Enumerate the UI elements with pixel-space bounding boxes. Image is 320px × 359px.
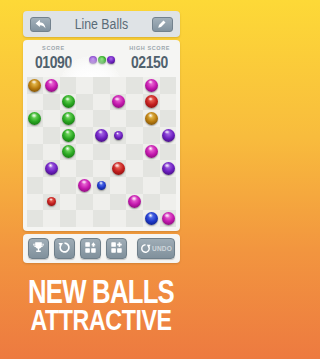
board-cell[interactable] (160, 194, 177, 211)
ball-magenta[interactable] (162, 212, 175, 225)
edit-button[interactable] (152, 17, 173, 32)
score-label: SCORE (42, 46, 65, 52)
ball-magenta[interactable] (128, 195, 141, 208)
board-cell[interactable] (126, 144, 143, 161)
board-cell[interactable] (93, 144, 110, 161)
board-cell[interactable] (143, 77, 160, 94)
ball-gold[interactable] (145, 112, 158, 125)
board-cell[interactable] (27, 144, 44, 161)
board-cell[interactable] (76, 210, 93, 227)
board-cell[interactable] (93, 94, 110, 111)
board-cell[interactable] (27, 127, 44, 144)
grid-plus-icon (110, 240, 123, 258)
ball-purple[interactable] (162, 162, 175, 175)
board-cell[interactable] (43, 94, 60, 111)
ball-green[interactable] (62, 112, 75, 125)
game-panel: SCORE 01090 HIGH SCORE 02150 (23, 40, 180, 231)
ball-red[interactable] (145, 95, 158, 108)
board-cell[interactable] (110, 194, 127, 211)
board-cell[interactable] (76, 144, 93, 161)
banner-line-2: ATTRACTIVE (20, 307, 182, 335)
ball-purple[interactable] (45, 162, 58, 175)
undo-label: UNDO (152, 245, 172, 252)
back-button[interactable] (30, 17, 51, 32)
grid-arrow-icon (84, 240, 97, 258)
ball-green[interactable] (28, 112, 41, 125)
ball-blue-small[interactable] (97, 181, 106, 190)
ball-red[interactable] (112, 162, 125, 175)
ball-green[interactable] (62, 95, 75, 108)
board-cell[interactable] (93, 210, 110, 227)
high-score-value: 02150 (131, 54, 168, 71)
board-cell[interactable] (93, 177, 110, 194)
board-cell[interactable] (76, 177, 93, 194)
next-ball-purple (107, 56, 115, 64)
board-cell[interactable] (160, 110, 177, 127)
board-cell[interactable] (110, 177, 127, 194)
board-cell[interactable] (60, 110, 77, 127)
board-cell[interactable] (93, 127, 110, 144)
ball-purple[interactable] (162, 129, 175, 142)
ball-magenta[interactable] (145, 145, 158, 158)
board-cell[interactable] (143, 94, 160, 111)
ball-blue[interactable] (145, 212, 158, 225)
ball-red-small[interactable] (47, 197, 56, 206)
leaderboard-button[interactable] (28, 238, 49, 259)
board-cell[interactable] (143, 110, 160, 127)
page-title: Line Balls (75, 16, 128, 32)
undo-icon (140, 240, 151, 258)
board-plus-button[interactable] (106, 238, 127, 259)
board-cell[interactable] (76, 127, 93, 144)
board-cell[interactable] (110, 94, 127, 111)
board-cell[interactable] (126, 177, 143, 194)
header-bar: Line Balls (23, 11, 180, 37)
board-cell[interactable] (143, 160, 160, 177)
board-cell[interactable] (126, 194, 143, 211)
board-cell[interactable] (93, 160, 110, 177)
board-cell[interactable] (60, 127, 77, 144)
board-cell[interactable] (110, 127, 127, 144)
toolbar: UNDO (23, 234, 180, 263)
board-cell[interactable] (143, 194, 160, 211)
board-cell[interactable] (110, 144, 127, 161)
banner: NEW BALLS ATTRACTIVE (0, 276, 202, 335)
board-cell[interactable] (27, 194, 44, 211)
board-cell[interactable] (143, 144, 160, 161)
board-cell[interactable] (126, 77, 143, 94)
board-cell[interactable] (27, 210, 44, 227)
board-cell[interactable] (160, 77, 177, 94)
board-cell[interactable] (110, 110, 127, 127)
high-score-block: HIGH SCORE 02150 (127, 46, 172, 71)
board-cell[interactable] (93, 194, 110, 211)
board-cell[interactable] (110, 77, 127, 94)
refresh-icon (58, 240, 71, 258)
board-cell[interactable] (27, 77, 44, 94)
trophy-icon (32, 240, 45, 258)
board-cell[interactable] (43, 210, 60, 227)
board-cell[interactable] (126, 110, 143, 127)
board-cell[interactable] (160, 127, 177, 144)
board-cell[interactable] (126, 94, 143, 111)
board-cell[interactable] (126, 210, 143, 227)
board-cell[interactable] (27, 177, 44, 194)
ball-green[interactable] (62, 145, 75, 158)
high-score-label: HIGH SCORE (129, 46, 170, 52)
pencil-icon (157, 19, 167, 29)
ball-gold[interactable] (28, 79, 41, 92)
undo-button[interactable]: UNDO (137, 238, 175, 259)
back-arrow-icon (35, 19, 46, 29)
board-cell[interactable] (160, 94, 177, 111)
ball-magenta[interactable] (45, 79, 58, 92)
board-cell[interactable] (110, 210, 127, 227)
board-cell[interactable] (43, 77, 60, 94)
board-cell[interactable] (27, 110, 44, 127)
board-cell[interactable] (43, 194, 60, 211)
scoreboard: SCORE 01090 HIGH SCORE 02150 (23, 40, 180, 77)
board-cell[interactable] (60, 160, 77, 177)
board-cell[interactable] (160, 144, 177, 161)
next-balls-preview (89, 56, 115, 64)
board-cell[interactable] (160, 177, 177, 194)
board-cell[interactable] (143, 127, 160, 144)
board-cell[interactable] (76, 77, 93, 94)
board-cell[interactable] (160, 160, 177, 177)
board-cell[interactable] (160, 210, 177, 227)
board-cell[interactable] (60, 177, 77, 194)
board-cell[interactable] (60, 94, 77, 111)
board-cell[interactable] (76, 194, 93, 211)
banner-line-1: NEW BALLS (22, 276, 180, 307)
ball-green[interactable] (62, 129, 75, 142)
ball-magenta[interactable] (112, 95, 125, 108)
board-cell[interactable] (76, 94, 93, 111)
board-cell[interactable] (126, 127, 143, 144)
ball-magenta[interactable] (78, 179, 91, 192)
board-cell[interactable] (27, 94, 44, 111)
board-cell[interactable] (143, 210, 160, 227)
board-cell[interactable] (43, 144, 60, 161)
board-cell[interactable] (43, 177, 60, 194)
board-cell[interactable] (126, 160, 143, 177)
board-cell[interactable] (93, 77, 110, 94)
board-cell[interactable] (76, 110, 93, 127)
board-cell[interactable] (60, 77, 77, 94)
restart-button[interactable] (54, 238, 75, 259)
board-cell[interactable] (110, 160, 127, 177)
board-cell[interactable] (60, 144, 77, 161)
ball-purple[interactable] (95, 129, 108, 142)
board-cell[interactable] (43, 160, 60, 177)
ball-magenta[interactable] (145, 79, 158, 92)
board-cell[interactable] (76, 160, 93, 177)
board-arrow-button[interactable] (80, 238, 101, 259)
board (27, 77, 177, 227)
board-cell[interactable] (93, 110, 110, 127)
board-cell[interactable] (60, 194, 77, 211)
board-cell[interactable] (60, 210, 77, 227)
board-cell[interactable] (27, 160, 44, 177)
board-cell[interactable] (143, 177, 160, 194)
board-cell[interactable] (43, 127, 60, 144)
board-cell[interactable] (43, 110, 60, 127)
ball-purple-small[interactable] (114, 131, 123, 140)
